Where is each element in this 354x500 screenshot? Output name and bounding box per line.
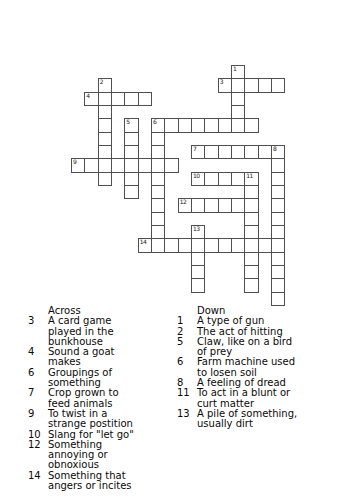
across-clue-6: 6Groupings of something: [28, 368, 148, 389]
cell-r3c2[interactable]: [98, 105, 112, 119]
down-clue-6-text: Farm machine used to losen soil: [197, 357, 301, 378]
cell-r5c6[interactable]: [151, 132, 165, 146]
cell-r4c9[interactable]: [191, 118, 205, 132]
across-clue-9-text: To twist in a strange postition: [48, 409, 142, 430]
cell-r7c15[interactable]: [271, 158, 285, 172]
across-clue-14-number: 14: [28, 471, 48, 492]
cell-r12c9[interactable]: 13: [191, 225, 205, 239]
cell-r4c7[interactable]: [164, 118, 178, 132]
cell-r8c12[interactable]: [231, 172, 245, 186]
clue-number-label-8: 8: [273, 146, 276, 152]
cell-r11c13[interactable]: [244, 212, 258, 226]
cell-r7c4[interactable]: [124, 158, 138, 172]
clue-number-label-11: 11: [246, 173, 253, 179]
cell-r1c15[interactable]: [271, 78, 285, 92]
across-clue-9-number: 9: [28, 409, 48, 430]
cell-r6c2[interactable]: [98, 145, 112, 159]
across-clue-6-number: 6: [28, 368, 48, 389]
cell-r4c4[interactable]: 5: [124, 118, 138, 132]
cell-r10c12[interactable]: [231, 198, 245, 212]
down-clue-list: 1A type of gun2The act of hitting5Claw, …: [177, 316, 307, 429]
cell-r12c6[interactable]: [151, 225, 165, 239]
across-clue-3-text: A card game played in the bunkhouse: [48, 316, 142, 347]
cell-r1c14[interactable]: [258, 78, 272, 92]
cell-r7c2[interactable]: [98, 158, 112, 172]
across-clue-14-text: Something that angers or incites: [48, 471, 142, 492]
cell-r2c4[interactable]: [124, 92, 138, 106]
across-clue-list: 3A card game played in the bunkhouse4Sou…: [28, 316, 148, 491]
cell-r7c3[interactable]: [111, 158, 125, 172]
cell-r10c15[interactable]: [271, 198, 285, 212]
cell-r13c15[interactable]: [271, 238, 285, 252]
cell-r4c11[interactable]: [218, 118, 232, 132]
cell-r4c12[interactable]: [231, 118, 245, 132]
across-clue-14: 14Something that angers or incites: [28, 471, 148, 492]
clue-number-label-5: 5: [126, 119, 129, 125]
cell-r8c13[interactable]: 11: [244, 172, 258, 186]
cell-r5c4[interactable]: [124, 132, 138, 146]
cell-r9c6[interactable]: [151, 185, 165, 199]
clue-number-label-6: 6: [153, 119, 156, 125]
cell-r8c9[interactable]: 10: [191, 172, 205, 186]
down-clue-5-text: Claw, like on a bird of prey: [197, 337, 301, 358]
clue-number-label-3: 3: [220, 79, 223, 85]
cell-r15c9[interactable]: [191, 265, 205, 279]
across-clue-4-text: Sound a goat makes: [48, 347, 142, 368]
cell-r7c6[interactable]: [151, 158, 165, 172]
cell-r16c13[interactable]: [244, 278, 258, 292]
cell-r8c6[interactable]: [151, 172, 165, 186]
cell-r3c12[interactable]: [231, 105, 245, 119]
cell-r4c8[interactable]: [178, 118, 192, 132]
clue-number-label-14: 14: [140, 239, 147, 245]
cell-r6c6[interactable]: [151, 145, 165, 159]
cell-r8c11[interactable]: [218, 172, 232, 186]
cell-r2c5[interactable]: [138, 92, 152, 106]
clue-number-label-2: 2: [100, 79, 103, 85]
cell-r6c15[interactable]: 8: [271, 145, 285, 159]
cell-r16c9[interactable]: [191, 278, 205, 292]
cell-r16c15[interactable]: [271, 278, 285, 292]
cell-r15c13[interactable]: [244, 265, 258, 279]
cell-r9c13[interactable]: [244, 185, 258, 199]
clue-number-label-13: 13: [193, 226, 200, 232]
crossword-grid: 1234567891011121314: [71, 65, 286, 306]
cell-r12c15[interactable]: [271, 225, 285, 239]
across-clue-4-number: 4: [28, 347, 48, 368]
cell-r9c15[interactable]: [271, 185, 285, 199]
across-clue-12-text: Something annoying or obnoxious: [48, 440, 142, 471]
cell-r14c15[interactable]: [271, 252, 285, 266]
cell-r4c6[interactable]: 6: [151, 118, 165, 132]
cell-r2c3[interactable]: [111, 92, 125, 106]
down-clue-11-number: 11: [177, 388, 197, 409]
cell-r10c8[interactable]: 12: [178, 198, 192, 212]
cell-r4c10[interactable]: [204, 118, 218, 132]
down-clue-13: 13A pile of something, usually dirt: [177, 409, 307, 430]
cell-r13c14[interactable]: [258, 238, 272, 252]
cell-r7c1[interactable]: [84, 158, 98, 172]
across-clue-7-number: 7: [28, 388, 48, 409]
cell-r9c4[interactable]: [124, 185, 138, 199]
cell-r1c2[interactable]: 2: [98, 78, 112, 92]
across-clue-7-text: Crop grown to feed animals: [48, 388, 142, 409]
down-clues-column: Down 1A type of gun2The act of hitting5C…: [177, 306, 307, 430]
clue-number-label-4: 4: [86, 93, 89, 99]
cell-r6c9[interactable]: 7: [191, 145, 205, 159]
cell-r11c6[interactable]: [151, 212, 165, 226]
across-clue-12-number: 12: [28, 440, 48, 471]
cell-r13c8[interactable]: [178, 238, 192, 252]
clue-number-label-10: 10: [193, 173, 200, 179]
cell-r6c13[interactable]: [244, 145, 258, 159]
across-clue-6-text: Groupings of something: [48, 368, 142, 389]
across-clues-column: Across 3A card game played in the bunkho…: [28, 306, 148, 491]
down-clue-6-number: 6: [177, 357, 197, 378]
across-clue-12: 12Something annoying or obnoxious: [28, 440, 148, 471]
cell-r6c11[interactable]: [218, 145, 232, 159]
cell-r10c9[interactable]: [191, 198, 205, 212]
across-clue-4: 4Sound a goat makes: [28, 347, 148, 368]
cell-r17c15[interactable]: [271, 292, 285, 306]
cell-r6c10[interactable]: [204, 145, 218, 159]
down-clue-11: 11To act in a blunt or curt matter: [177, 388, 307, 409]
cell-r10c13[interactable]: [244, 198, 258, 212]
cell-r2c1[interactable]: 4: [84, 92, 98, 106]
cell-r13c12[interactable]: [231, 238, 245, 252]
cell-r10c6[interactable]: [151, 198, 165, 212]
cell-r8c4[interactable]: [124, 172, 138, 186]
cell-r15c15[interactable]: [271, 265, 285, 279]
clue-number-label-7: 7: [193, 146, 196, 152]
cell-r13c10[interactable]: [204, 238, 218, 252]
down-clue-6: 6Farm machine used to losen soil: [177, 357, 307, 378]
cell-r8c10[interactable]: [204, 172, 218, 186]
cell-r11c15[interactable]: [271, 212, 285, 226]
cell-r2c12[interactable]: [231, 92, 245, 106]
down-clue-13-number: 13: [177, 409, 197, 430]
cell-r12c13[interactable]: [244, 225, 258, 239]
cell-r8c15[interactable]: [271, 172, 285, 186]
across-clue-9: 9To twist in a strange postition: [28, 409, 148, 430]
cell-r1c12[interactable]: [231, 78, 245, 92]
crossword-page: 1234567891011121314 Across 3A card game …: [0, 0, 354, 500]
down-clue-5-number: 5: [177, 337, 197, 358]
cell-r6c12[interactable]: [231, 145, 245, 159]
cell-r13c11[interactable]: [218, 238, 232, 252]
cell-r13c13[interactable]: [244, 238, 258, 252]
across-clue-7: 7Crop grown to feed animals: [28, 388, 148, 409]
down-clue-5: 5Claw, like on a bird of prey: [177, 337, 307, 358]
cell-r7c7[interactable]: [164, 158, 178, 172]
across-clue-3-number: 3: [28, 316, 48, 347]
down-clue-13-text: A pile of something, usually dirt: [197, 409, 301, 430]
cell-r0c12[interactable]: 1: [231, 65, 245, 79]
cell-r1c13[interactable]: [244, 78, 258, 92]
cell-r6c14[interactable]: [258, 145, 272, 159]
cell-r14c13[interactable]: [244, 252, 258, 266]
cell-r13c9[interactable]: [191, 238, 205, 252]
across-clue-3: 3A card game played in the bunkhouse: [28, 316, 148, 347]
cell-r4c13[interactable]: [244, 118, 258, 132]
down-clue-11-text: To act in a blunt or curt matter: [197, 388, 301, 409]
cell-r2c2[interactable]: [98, 92, 112, 106]
clue-number-label-9: 9: [73, 159, 76, 165]
clue-number-label-12: 12: [180, 199, 187, 205]
cell-r6c4[interactable]: [124, 145, 138, 159]
cell-r8c2[interactable]: [98, 172, 112, 186]
cell-r13c7[interactable]: [164, 238, 178, 252]
cell-r7c0[interactable]: 9: [71, 158, 85, 172]
cell-r10c11[interactable]: [218, 198, 232, 212]
clue-number-label-1: 1: [233, 66, 236, 72]
cell-r7c5[interactable]: [138, 158, 152, 172]
cell-r13c6[interactable]: [151, 238, 165, 252]
cell-r4c2[interactable]: [98, 118, 112, 132]
cell-r1c11[interactable]: 3: [218, 78, 232, 92]
cell-r10c10[interactable]: [204, 198, 218, 212]
cell-r14c9[interactable]: [191, 252, 205, 266]
cell-r5c2[interactable]: [98, 132, 112, 146]
cell-r13c5[interactable]: 14: [138, 238, 152, 252]
